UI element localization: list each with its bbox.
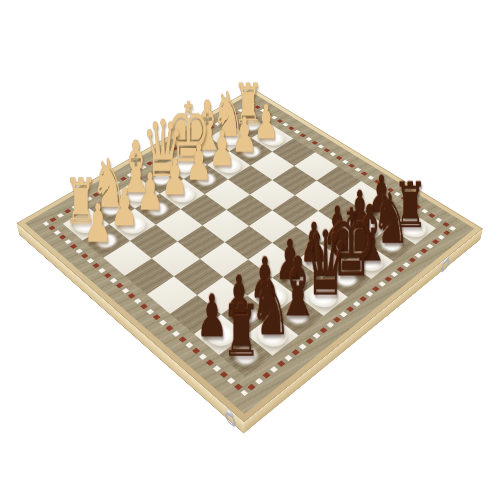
piece-white-rook-h1[interactable]: ♜ bbox=[64, 173, 84, 232]
chess-grid: ♜♟♟♜♞♟♟♞♝♟♟♝♚♟♟♚♛♟♟♛♝♟♟♝♞♟♟♞♜♟♟♜ bbox=[63, 112, 436, 377]
piece-white-pawn-d2[interactable]: ♟ bbox=[186, 139, 205, 186]
product-photo-canvas: ♜♟♟♜♞♟♟♞♝♟♟♝♚♟♟♚♛♟♟♛♝♟♟♝♞♟♟♞♜♟♟♜ bbox=[0, 0, 500, 500]
folding-chess-board: ♜♟♟♜♞♟♟♞♝♟♟♝♚♟♟♚♛♟♟♛♝♟♟♝♞♟♟♞♜♟♟♜ bbox=[16, 88, 483, 423]
piece-white-pawn-e2[interactable]: ♟ bbox=[162, 153, 181, 201]
piece-white-pawn-f2[interactable]: ♟ bbox=[137, 168, 157, 217]
piece-white-pawn-h2[interactable]: ♟ bbox=[84, 198, 104, 249]
piece-black-rook-h8[interactable]: ♜ bbox=[222, 298, 245, 366]
piece-white-pawn-g2[interactable]: ♟ bbox=[111, 183, 131, 233]
piece-black-pawn-h7[interactable]: ♟ bbox=[197, 289, 219, 345]
